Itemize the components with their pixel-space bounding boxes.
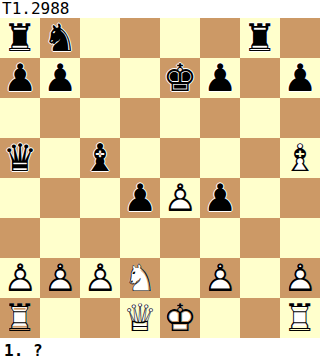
- square-e3[interactable]: [160, 218, 200, 258]
- square-c3[interactable]: [80, 218, 120, 258]
- piece-white-pawn: ♟♙: [160, 178, 200, 218]
- piece-black-rook: ♜: [240, 18, 280, 58]
- piece-white-rook: ♜♖: [0, 298, 40, 338]
- piece-white-outline: ♙: [40, 258, 80, 298]
- piece-black-pawn: ♟: [0, 58, 40, 98]
- square-b3[interactable]: [40, 218, 80, 258]
- square-c1[interactable]: [80, 298, 120, 338]
- square-e5[interactable]: [160, 138, 200, 178]
- piece-white-bishop: ♝♗: [280, 138, 320, 178]
- square-h8[interactable]: [280, 18, 320, 58]
- chess-board: ♜♞♜♟♟♚♟♟♛♝♝♗♟♟♙♟♟♙♟♙♟♙♞♘♟♙♟♙♜♖♛♕♚♔♜♖: [0, 18, 320, 338]
- square-a6[interactable]: [0, 98, 40, 138]
- piece-black-king: ♚: [160, 58, 200, 98]
- square-e6[interactable]: [160, 98, 200, 138]
- piece-white-outline: ♖: [280, 298, 320, 338]
- square-c4[interactable]: [80, 178, 120, 218]
- piece-white-outline: ♖: [0, 298, 40, 338]
- piece-white-outline: ♙: [280, 258, 320, 298]
- piece-white-pawn: ♟♙: [200, 258, 240, 298]
- square-h2[interactable]: ♟♙: [280, 258, 320, 298]
- square-h3[interactable]: [280, 218, 320, 258]
- square-b6[interactable]: [40, 98, 80, 138]
- square-f1[interactable]: [200, 298, 240, 338]
- square-b4[interactable]: [40, 178, 80, 218]
- piece-white-outline: ♙: [80, 258, 120, 298]
- piece-white-outline: ♙: [0, 258, 40, 298]
- square-f6[interactable]: [200, 98, 240, 138]
- piece-white-outline: ♙: [160, 178, 200, 218]
- square-d2[interactable]: ♞♘: [120, 258, 160, 298]
- square-d5[interactable]: [120, 138, 160, 178]
- square-e4[interactable]: ♟♙: [160, 178, 200, 218]
- square-b8[interactable]: ♞: [40, 18, 80, 58]
- square-g5[interactable]: [240, 138, 280, 178]
- square-e1[interactable]: ♚♔: [160, 298, 200, 338]
- square-g3[interactable]: [240, 218, 280, 258]
- square-c7[interactable]: [80, 58, 120, 98]
- piece-white-pawn: ♟♙: [0, 258, 40, 298]
- piece-white-king: ♚♔: [160, 298, 200, 338]
- chess-puzzle-window: T1.2988 ♜♞♜♟♟♚♟♟♛♝♝♗♟♟♙♟♟♙♟♙♟♙♞♘♟♙♟♙♜♖♛♕…: [0, 0, 320, 360]
- piece-white-outline: ♔: [160, 298, 200, 338]
- square-a5[interactable]: ♛: [0, 138, 40, 178]
- piece-black-queen: ♛: [0, 138, 40, 178]
- square-b7[interactable]: ♟: [40, 58, 80, 98]
- piece-white-outline: ♘: [120, 258, 160, 298]
- square-h7[interactable]: ♟: [280, 58, 320, 98]
- square-h5[interactable]: ♝♗: [280, 138, 320, 178]
- square-b2[interactable]: ♟♙: [40, 258, 80, 298]
- square-g8[interactable]: ♜: [240, 18, 280, 58]
- piece-black-knight: ♞: [40, 18, 80, 58]
- square-d1[interactable]: ♛♕: [120, 298, 160, 338]
- square-a3[interactable]: [0, 218, 40, 258]
- square-a4[interactable]: [0, 178, 40, 218]
- move-prompt: 1. ?: [0, 338, 320, 360]
- square-a7[interactable]: ♟: [0, 58, 40, 98]
- square-b1[interactable]: [40, 298, 80, 338]
- square-f8[interactable]: [200, 18, 240, 58]
- square-c5[interactable]: ♝: [80, 138, 120, 178]
- square-e7[interactable]: ♚: [160, 58, 200, 98]
- square-a1[interactable]: ♜♖: [0, 298, 40, 338]
- square-b5[interactable]: [40, 138, 80, 178]
- piece-white-outline: ♙: [200, 258, 240, 298]
- square-h1[interactable]: ♜♖: [280, 298, 320, 338]
- piece-white-pawn: ♟♙: [280, 258, 320, 298]
- square-e2[interactable]: [160, 258, 200, 298]
- piece-black-pawn: ♟: [40, 58, 80, 98]
- square-g2[interactable]: [240, 258, 280, 298]
- square-e8[interactable]: [160, 18, 200, 58]
- square-f7[interactable]: ♟: [200, 58, 240, 98]
- piece-white-outline: ♗: [280, 138, 320, 178]
- square-a8[interactable]: ♜: [0, 18, 40, 58]
- piece-black-pawn: ♟: [280, 58, 320, 98]
- square-d3[interactable]: [120, 218, 160, 258]
- square-d8[interactable]: [120, 18, 160, 58]
- square-h6[interactable]: [280, 98, 320, 138]
- square-d6[interactable]: [120, 98, 160, 138]
- square-f4[interactable]: ♟: [200, 178, 240, 218]
- piece-black-pawn: ♟: [200, 178, 240, 218]
- piece-white-outline: ♕: [120, 298, 160, 338]
- piece-white-queen: ♛♕: [120, 298, 160, 338]
- piece-black-pawn: ♟: [200, 58, 240, 98]
- piece-black-rook: ♜: [0, 18, 40, 58]
- square-g6[interactable]: [240, 98, 280, 138]
- square-f2[interactable]: ♟♙: [200, 258, 240, 298]
- piece-white-knight: ♞♘: [120, 258, 160, 298]
- square-a2[interactable]: ♟♙: [0, 258, 40, 298]
- square-d4[interactable]: ♟: [120, 178, 160, 218]
- piece-black-pawn: ♟: [120, 178, 160, 218]
- piece-black-bishop: ♝: [80, 138, 120, 178]
- square-c8[interactable]: [80, 18, 120, 58]
- square-d7[interactable]: [120, 58, 160, 98]
- square-g7[interactable]: [240, 58, 280, 98]
- square-g1[interactable]: [240, 298, 280, 338]
- piece-white-rook: ♜♖: [280, 298, 320, 338]
- square-c2[interactable]: ♟♙: [80, 258, 120, 298]
- piece-white-pawn: ♟♙: [80, 258, 120, 298]
- piece-white-pawn: ♟♙: [40, 258, 80, 298]
- square-h4[interactable]: [280, 178, 320, 218]
- square-c6[interactable]: [80, 98, 120, 138]
- square-g4[interactable]: [240, 178, 280, 218]
- square-f3[interactable]: [200, 218, 240, 258]
- square-f5[interactable]: [200, 138, 240, 178]
